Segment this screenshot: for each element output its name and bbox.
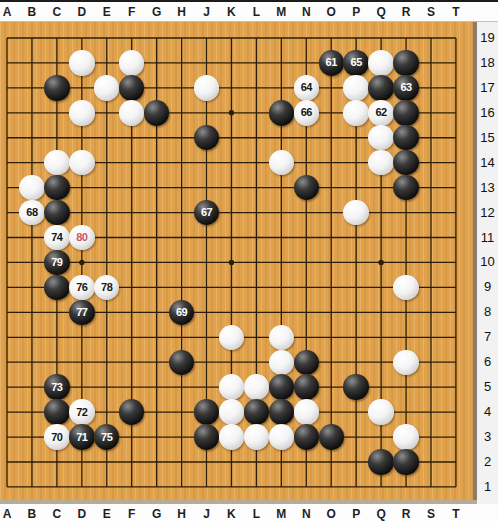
row-label-18: 18 [477, 56, 498, 70]
stone-f16 [119, 100, 144, 125]
stone-g16 [144, 100, 169, 125]
column-label-bottom-k: K [227, 505, 236, 521]
stone-q2 [368, 449, 393, 474]
stone-d14 [69, 150, 94, 175]
stone-q15 [368, 125, 393, 150]
column-label-bottom-a: A [3, 505, 12, 521]
stone-q16: 62 [368, 100, 393, 125]
stone-b13 [19, 175, 44, 200]
stone-r15 [393, 125, 418, 150]
stone-move-number: 74 [51, 232, 62, 243]
column-label-bottom-o: O [327, 505, 336, 521]
stone-q4 [368, 399, 393, 424]
column-label-top-j: J [203, 3, 210, 21]
stone-n17: 64 [294, 75, 319, 100]
stone-r3 [393, 424, 418, 449]
stone-p18: 65 [343, 50, 368, 75]
bottom-coordinate-strip [0, 504, 498, 521]
stone-move-number: 66 [301, 107, 312, 118]
column-label-bottom-l: L [253, 505, 260, 521]
column-label-top-c: C [53, 3, 62, 21]
stone-p12 [343, 200, 368, 225]
column-label-top-g: G [152, 3, 161, 21]
stone-n13 [294, 175, 319, 200]
row-label-10: 10 [477, 255, 498, 269]
column-label-top-n: N [302, 3, 311, 21]
row-label-19: 19 [477, 31, 498, 45]
row-label-15: 15 [477, 131, 498, 145]
stone-r17: 63 [393, 75, 418, 100]
column-label-bottom-e: E [103, 505, 111, 521]
column-label-top-o: O [327, 3, 336, 21]
column-label-bottom-c: C [53, 505, 62, 521]
column-label-top-p: P [352, 3, 360, 21]
row-label-4: 4 [477, 405, 498, 419]
column-label-bottom-q: Q [376, 505, 385, 521]
column-label-bottom-p: P [352, 505, 360, 521]
stone-h8: 69 [169, 300, 194, 325]
column-label-bottom-h: H [177, 505, 186, 521]
stone-p17 [343, 75, 368, 100]
stone-move-number: 70 [51, 432, 62, 443]
stone-r2 [393, 449, 418, 474]
column-label-top-h: H [177, 3, 186, 21]
column-label-bottom-r: R [402, 505, 411, 521]
stone-r16 [393, 100, 418, 125]
row-label-1: 1 [477, 480, 498, 494]
stone-r9 [393, 275, 418, 300]
stone-n6 [294, 350, 319, 375]
column-label-top-t: T [452, 3, 459, 21]
stone-move-number: 79 [51, 257, 62, 268]
column-label-top-k: K [227, 3, 236, 21]
row-label-17: 17 [477, 81, 498, 95]
stone-l3 [244, 424, 269, 449]
stone-r13 [393, 175, 418, 200]
stone-k7 [219, 325, 244, 350]
column-label-bottom-t: T [452, 505, 459, 521]
stone-j3 [194, 424, 219, 449]
stone-d3: 71 [69, 424, 94, 449]
stone-r18 [393, 50, 418, 75]
column-label-top-e: E [103, 3, 111, 21]
star-point [229, 110, 234, 115]
stone-m6 [269, 350, 294, 375]
stone-r6 [393, 350, 418, 375]
stone-f18 [119, 50, 144, 75]
column-label-top-f: F [128, 3, 135, 21]
stone-c11: 74 [44, 225, 69, 250]
stone-move-number: 64 [301, 82, 312, 93]
stone-move-number: 76 [76, 282, 87, 293]
stone-f17 [119, 75, 144, 100]
stone-c14 [44, 150, 69, 175]
stone-r14 [393, 150, 418, 175]
stone-move-number: 61 [326, 57, 337, 68]
row-label-5: 5 [477, 380, 498, 394]
star-point [378, 260, 383, 265]
column-label-bottom-m: M [276, 505, 286, 521]
stone-j4 [194, 399, 219, 424]
stone-n4 [294, 399, 319, 424]
star-point [79, 260, 84, 265]
stone-n16: 66 [294, 100, 319, 125]
stone-n5 [294, 374, 319, 399]
row-label-16: 16 [477, 106, 498, 120]
stone-f4 [119, 399, 144, 424]
stone-h6 [169, 350, 194, 375]
row-label-11: 11 [477, 231, 498, 245]
stone-m3 [269, 424, 294, 449]
stone-e3: 75 [94, 424, 119, 449]
stone-c17 [44, 75, 69, 100]
column-label-top-m: M [276, 3, 286, 21]
row-label-9: 9 [477, 280, 498, 294]
stone-m5 [269, 374, 294, 399]
row-label-7: 7 [477, 330, 498, 344]
stone-move-number: 68 [26, 207, 37, 218]
stone-b12: 68 [19, 200, 44, 225]
stone-c9 [44, 275, 69, 300]
stone-j17 [194, 75, 219, 100]
stone-move-number: 71 [76, 432, 87, 443]
stone-q14 [368, 150, 393, 175]
row-label-6: 6 [477, 355, 498, 369]
column-label-bottom-j: J [203, 505, 210, 521]
column-label-bottom-s: S [427, 505, 435, 521]
column-label-top-l: L [253, 3, 260, 21]
stone-move-number: 63 [400, 82, 411, 93]
stone-move-number: 65 [351, 57, 362, 68]
stone-k3 [219, 424, 244, 449]
stone-q17 [368, 75, 393, 100]
stone-d9: 76 [69, 275, 94, 300]
column-label-top-a: A [3, 3, 12, 21]
stone-c5: 73 [44, 374, 69, 399]
stone-d11: 80 [69, 225, 94, 250]
stone-c4 [44, 399, 69, 424]
column-label-bottom-b: B [28, 505, 37, 521]
row-label-14: 14 [477, 156, 498, 170]
stone-move-number: 69 [176, 307, 187, 318]
column-label-bottom-d: D [77, 505, 86, 521]
stone-m7 [269, 325, 294, 350]
column-label-top-s: S [427, 3, 435, 21]
column-label-top-b: B [28, 3, 37, 21]
stone-move-number: 77 [76, 307, 87, 318]
stone-c10: 79 [44, 250, 69, 275]
stone-l4 [244, 399, 269, 424]
stone-m4 [269, 399, 294, 424]
stone-c3: 70 [44, 424, 69, 449]
star-point [229, 260, 234, 265]
stone-n3 [294, 424, 319, 449]
stone-move-number: 75 [101, 432, 112, 443]
stone-move-number: 67 [201, 207, 212, 218]
column-label-bottom-n: N [302, 505, 311, 521]
column-label-bottom-g: G [152, 505, 161, 521]
stone-move-number: 62 [375, 107, 386, 118]
row-label-13: 13 [477, 181, 498, 195]
stone-k5 [219, 374, 244, 399]
stone-c13 [44, 175, 69, 200]
stone-d4: 72 [69, 399, 94, 424]
stone-q18 [368, 50, 393, 75]
row-label-8: 8 [477, 305, 498, 319]
stone-move-number: 73 [51, 382, 62, 393]
stone-p16 [343, 100, 368, 125]
stone-c12 [44, 200, 69, 225]
stone-m16 [269, 100, 294, 125]
stone-o3 [319, 424, 344, 449]
stone-d18 [69, 50, 94, 75]
go-board: 6165646366626867748079767877697372707175 [0, 22, 473, 500]
stone-d16 [69, 100, 94, 125]
row-label-3: 3 [477, 430, 498, 444]
column-label-top-d: D [77, 3, 86, 21]
go-diagram: 6165646366626867748079767877697372707175… [0, 0, 498, 521]
stone-p5 [343, 374, 368, 399]
top-coordinate-strip [0, 2, 498, 22]
stone-e17 [94, 75, 119, 100]
stone-move-number: 72 [76, 407, 87, 418]
column-label-bottom-f: F [128, 505, 135, 521]
column-label-top-q: Q [376, 3, 385, 21]
stone-move-number: 78 [101, 282, 112, 293]
stone-move-number: 80 [76, 232, 87, 243]
column-label-top-r: R [402, 3, 411, 21]
row-label-12: 12 [477, 206, 498, 220]
row-label-2: 2 [477, 455, 498, 469]
stone-k4 [219, 399, 244, 424]
stone-d8: 77 [69, 300, 94, 325]
stone-l5 [244, 374, 269, 399]
stone-o18: 61 [319, 50, 344, 75]
